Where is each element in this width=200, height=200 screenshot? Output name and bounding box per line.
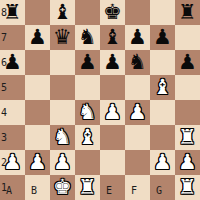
square-d1[interactable]: ♜ [75, 175, 100, 200]
square-d3[interactable]: ♝ [75, 125, 100, 150]
rank-label-1: 1 [1, 182, 7, 192]
rank-label-3: 3 [1, 132, 7, 142]
rank-label-4: 4 [1, 107, 7, 117]
square-e3[interactable] [100, 125, 125, 150]
piece-black-pawn-a6[interactable]: ♟ [0, 50, 25, 75]
square-d8[interactable] [75, 0, 100, 25]
square-h8[interactable]: ♜ [175, 0, 200, 25]
square-e1[interactable]: E [100, 175, 125, 200]
piece-black-knight-d7[interactable]: ♞ [75, 25, 100, 50]
square-h4[interactable] [175, 100, 200, 125]
square-c5[interactable] [50, 75, 75, 100]
piece-white-pawn-g2[interactable]: ♟ [150, 150, 175, 175]
piece-black-pawn-b7[interactable]: ♟ [25, 25, 50, 50]
square-b8[interactable] [25, 0, 50, 25]
piece-black-bishop-e7[interactable]: ♝ [100, 25, 125, 50]
square-b3[interactable] [25, 125, 50, 150]
square-g5[interactable]: ♝ [150, 75, 175, 100]
square-h3[interactable]: ♜ [175, 125, 200, 150]
square-a5[interactable]: 5 [0, 75, 25, 100]
square-f3[interactable] [125, 125, 150, 150]
piece-white-king-c1[interactable]: ♚ [50, 175, 75, 200]
square-c4[interactable] [50, 100, 75, 125]
file-label-f: F [131, 186, 137, 196]
piece-white-pawn-f4[interactable]: ♟ [125, 100, 150, 125]
piece-white-knight-d4[interactable]: ♞ [75, 100, 100, 125]
square-h2[interactable]: ♟ [175, 150, 200, 175]
piece-white-rook-d1[interactable]: ♜ [75, 175, 100, 200]
piece-black-rook-a8[interactable]: ♜ [0, 0, 25, 25]
chess-board: ♜8♝♚♜7♟♛♞♝♟♟♟6♟♟♞♟5♝4♞♟♟3♞♝♜♟2♟♟♟♟1AB♚♜E… [0, 0, 200, 200]
square-f6[interactable]: ♞ [125, 50, 150, 75]
square-e4[interactable]: ♟ [100, 100, 125, 125]
piece-white-pawn-a2[interactable]: ♟ [0, 150, 25, 175]
square-c2[interactable]: ♟ [50, 150, 75, 175]
square-d4[interactable]: ♞ [75, 100, 100, 125]
piece-white-pawn-c2[interactable]: ♟ [50, 150, 75, 175]
piece-black-pawn-d6[interactable]: ♟ [75, 50, 100, 75]
square-c7[interactable]: ♛ [50, 25, 75, 50]
square-e5[interactable] [100, 75, 125, 100]
square-b2[interactable]: ♟ [25, 150, 50, 175]
piece-white-pawn-e4[interactable]: ♟ [100, 100, 125, 125]
rank-label-5: 5 [1, 82, 7, 92]
square-f4[interactable]: ♟ [125, 100, 150, 125]
square-d2[interactable] [75, 150, 100, 175]
file-label-a: A [6, 186, 12, 196]
piece-white-pawn-b2[interactable]: ♟ [25, 150, 50, 175]
square-c3[interactable]: ♞ [50, 125, 75, 150]
square-a1[interactable]: 1A [0, 175, 25, 200]
square-e8[interactable]: ♚ [100, 0, 125, 25]
square-a4[interactable]: 4 [0, 100, 25, 125]
square-a6[interactable]: ♟6 [0, 50, 25, 75]
square-c8[interactable]: ♝ [50, 0, 75, 25]
square-g4[interactable] [150, 100, 175, 125]
piece-white-knight-c3[interactable]: ♞ [50, 125, 75, 150]
square-b4[interactable] [25, 100, 50, 125]
piece-black-pawn-e6[interactable]: ♟ [100, 50, 125, 75]
file-label-e: E [106, 186, 112, 196]
square-a3[interactable]: 3 [0, 125, 25, 150]
square-c6[interactable] [50, 50, 75, 75]
square-d5[interactable] [75, 75, 100, 100]
square-f2[interactable] [125, 150, 150, 175]
square-d7[interactable]: ♞ [75, 25, 100, 50]
file-label-b: B [31, 186, 37, 196]
piece-white-pawn-h2[interactable]: ♟ [175, 150, 200, 175]
square-g3[interactable] [150, 125, 175, 150]
piece-black-pawn-h6[interactable]: ♟ [175, 50, 200, 75]
square-e6[interactable]: ♟ [100, 50, 125, 75]
square-h5[interactable] [175, 75, 200, 100]
piece-white-bishop-d3[interactable]: ♝ [75, 125, 100, 150]
piece-black-knight-f6[interactable]: ♞ [125, 50, 150, 75]
piece-black-pawn-g7[interactable]: ♟ [150, 25, 175, 50]
piece-white-rook-h1[interactable]: ♜ [175, 175, 200, 200]
piece-black-queen-c7[interactable]: ♛ [50, 25, 75, 50]
piece-black-bishop-c8[interactable]: ♝ [50, 0, 75, 25]
piece-black-pawn-f7[interactable]: ♟ [125, 25, 150, 50]
square-g8[interactable] [150, 0, 175, 25]
square-g2[interactable]: ♟ [150, 150, 175, 175]
piece-black-rook-h8[interactable]: ♜ [175, 0, 200, 25]
square-e7[interactable]: ♝ [100, 25, 125, 50]
square-b6[interactable] [25, 50, 50, 75]
square-f5[interactable] [125, 75, 150, 100]
square-h6[interactable]: ♟ [175, 50, 200, 75]
square-a8[interactable]: ♜8 [0, 0, 25, 25]
square-f8[interactable] [125, 0, 150, 25]
piece-white-bishop-g5[interactable]: ♝ [150, 75, 175, 100]
square-a2[interactable]: ♟2 [0, 150, 25, 175]
square-b7[interactable]: ♟ [25, 25, 50, 50]
rank-label-7: 7 [1, 32, 7, 42]
square-g7[interactable]: ♟ [150, 25, 175, 50]
square-f7[interactable]: ♟ [125, 25, 150, 50]
square-g6[interactable] [150, 50, 175, 75]
square-d6[interactable]: ♟ [75, 50, 100, 75]
square-b1[interactable]: B [25, 175, 50, 200]
piece-black-king-e8[interactable]: ♚ [100, 0, 125, 25]
square-c1[interactable]: ♚ [50, 175, 75, 200]
square-h7[interactable] [175, 25, 200, 50]
square-g1[interactable]: G [150, 175, 175, 200]
square-b5[interactable] [25, 75, 50, 100]
file-label-g: G [156, 186, 162, 196]
square-h1[interactable]: ♜ [175, 175, 200, 200]
piece-white-rook-h3[interactable]: ♜ [175, 125, 200, 150]
square-a7[interactable]: 7 [0, 25, 25, 50]
square-f1[interactable]: F [125, 175, 150, 200]
square-e2[interactable] [100, 150, 125, 175]
